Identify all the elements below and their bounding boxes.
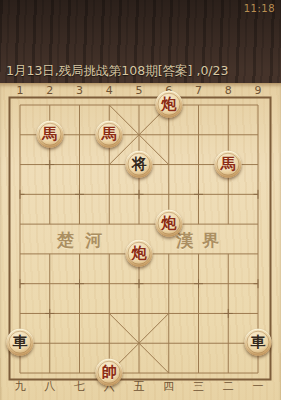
clock-time: 11:18 xyxy=(244,3,275,14)
file-label-top-1: 1 xyxy=(10,84,30,98)
piece-glyph: 炮 xyxy=(132,246,147,261)
file-label-bottom-9: 一 xyxy=(248,380,268,394)
file-label-top-3: 3 xyxy=(70,84,90,98)
file-label-bottom-2: 八 xyxy=(40,380,60,394)
piece-glyph: 車 xyxy=(13,335,28,350)
challenge-title: 1月13日,残局挑战第108期[答案] ,0/23 xyxy=(6,63,228,78)
file-label-bottom-5: 五 xyxy=(129,380,149,394)
file-label-bottom-1: 九 xyxy=(10,380,30,394)
file-label-top-7: 7 xyxy=(189,84,209,98)
piece-red-horse-1[interactable]: 馬 xyxy=(36,120,63,147)
piece-glyph: 帥 xyxy=(102,365,117,380)
file-label-bottom-7: 三 xyxy=(189,380,209,394)
piece-black-chariot-2[interactable]: 車 xyxy=(245,329,272,356)
river-label-chuhe: 楚河 xyxy=(57,225,113,255)
challenge-header: 1月13日,残局挑战第108期[答案] ,0/23 xyxy=(6,63,277,80)
file-label-bottom-3: 七 xyxy=(70,380,90,394)
piece-glyph: 馬 xyxy=(102,126,117,141)
piece-glyph: 車 xyxy=(251,335,266,350)
file-label-top-9: 9 xyxy=(248,84,268,98)
file-label-top-2: 2 xyxy=(40,84,60,98)
piece-glyph: 馬 xyxy=(42,126,57,141)
piece-black-chariot-1[interactable]: 車 xyxy=(7,329,34,356)
app-screen: 11:18 1月13日,残局挑战第108期[答案] ,0/23 12345678… xyxy=(0,0,281,400)
file-label-bottom-8: 二 xyxy=(218,380,238,394)
piece-black-general[interactable]: 将 xyxy=(126,150,153,177)
status-bar: 11:18 xyxy=(0,0,281,16)
piece-glyph: 将 xyxy=(132,156,147,171)
piece-red-cannon-3[interactable]: 炮 xyxy=(126,240,153,267)
piece-red-cannon-1[interactable]: 炮 xyxy=(155,91,182,118)
piece-red-cannon-2[interactable]: 炮 xyxy=(155,210,182,237)
file-label-top-4: 4 xyxy=(99,84,119,98)
piece-red-horse-2[interactable]: 馬 xyxy=(96,120,123,147)
piece-glyph: 炮 xyxy=(161,216,176,231)
file-label-top-5: 5 xyxy=(129,84,149,98)
file-label-bottom-6: 四 xyxy=(159,380,179,394)
file-label-top-8: 8 xyxy=(218,84,238,98)
piece-red-horse-3[interactable]: 馬 xyxy=(215,150,242,177)
xiangqi-board[interactable]: 123456789 九八七六五四三二一 楚河 漢界 炮馬馬将馬炮炮車車帥 xyxy=(0,83,281,400)
piece-red-general[interactable]: 帥 xyxy=(96,359,123,386)
piece-glyph: 馬 xyxy=(221,156,236,171)
piece-glyph: 炮 xyxy=(161,97,176,112)
river-label-hanjie: 漢界 xyxy=(176,225,228,255)
